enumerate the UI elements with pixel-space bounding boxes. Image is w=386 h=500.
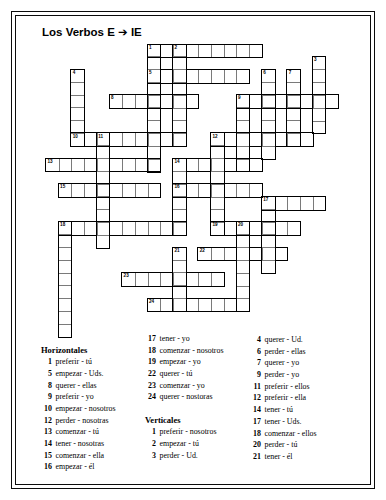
clue-number: 9: [250, 369, 261, 381]
cell-r17-c15[interactable]: [237, 260, 250, 273]
cell-r0-c16[interactable]: [249, 45, 262, 58]
cell-r8-c13[interactable]: [211, 145, 224, 158]
clue-5: 5empezar - Uds.: [41, 368, 116, 380]
cell-r6-c21[interactable]: [313, 121, 326, 134]
cell-r9-c4[interactable]: [97, 158, 110, 171]
cell-r16-c15[interactable]: [237, 247, 250, 260]
cell-number-6: 6: [263, 71, 266, 76]
cell-r13-c10[interactable]: [173, 209, 186, 222]
clue-text: comenzar - ella: [56, 450, 105, 462]
cell-number-24: 24: [149, 300, 154, 305]
clue-14: 14tener - nosotras: [41, 438, 116, 450]
cell-r3-c8[interactable]: [148, 82, 161, 95]
clue-number: 18: [250, 428, 261, 440]
clue-text: empezar - él: [56, 461, 95, 473]
cell-r18-c12[interactable]: [198, 273, 211, 286]
cell-number-14: 14: [174, 160, 179, 165]
cell-r16-c1[interactable]: [59, 247, 72, 260]
cell-r4-c2[interactable]: [71, 95, 84, 108]
clue-22: 22querer - tú: [145, 368, 223, 380]
cell-r4-c21[interactable]: [313, 95, 326, 108]
cell-r14-c17[interactable]: [262, 222, 275, 235]
cell-r8-c17[interactable]: [262, 146, 275, 159]
worksheet-page: Los Verbos E ➔ IE 1234567891011121314151…: [0, 0, 386, 500]
cell-r19-c10[interactable]: [173, 285, 186, 298]
cell-r17-c17[interactable]: [262, 260, 275, 273]
cell-r7-c19[interactable]: [287, 133, 300, 146]
clue-13: 13comenzar - tú: [41, 426, 116, 438]
clue-text: comenzar - nosotros: [160, 345, 224, 357]
clue-number: 16: [41, 461, 52, 473]
word-1-across: [147, 44, 263, 59]
cell-r11-c14[interactable]: [224, 184, 237, 197]
cell-r20-c13[interactable]: [211, 299, 224, 312]
cell-r9-c6[interactable]: [122, 159, 135, 172]
cell-number-22: 22: [200, 249, 205, 254]
cell-r3-c2[interactable]: [71, 82, 84, 95]
clue-text: querer - nostoras: [160, 391, 213, 403]
crossword-grid: 123456789101112131415161718192021222324: [0, 0, 386, 386]
cell-r19-c15[interactable]: [237, 286, 250, 299]
cell-number-9: 9: [238, 96, 241, 101]
cell-r18-c7[interactable]: [135, 273, 148, 286]
cell-number-16: 16: [174, 185, 179, 190]
cell-r9-c5[interactable]: [109, 159, 122, 172]
clue-20: 20perder - tú: [250, 439, 317, 451]
cell-r3-c10[interactable]: [173, 82, 186, 95]
cell-r7-c17[interactable]: [262, 133, 275, 146]
cell-r15-c17[interactable]: [262, 234, 275, 247]
cell-r10-c10[interactable]: [173, 171, 186, 184]
cell-number-5: 5: [149, 71, 152, 76]
clue-9: 9perder - yo: [250, 369, 317, 381]
cell-r8-c8[interactable]: [148, 146, 161, 159]
word-18-across: [58, 221, 187, 236]
cell-r13-c4[interactable]: [97, 209, 110, 222]
clue-text: tener - yo: [160, 333, 190, 345]
cell-r0-c13[interactable]: [211, 45, 224, 58]
word-21-down: [172, 247, 187, 313]
word-11-down: [96, 132, 111, 248]
clue-number: 4: [250, 334, 261, 346]
clue-number: 5: [41, 368, 52, 380]
clue-number: 18: [145, 345, 156, 357]
cell-r5-c15[interactable]: [237, 107, 250, 120]
cell-r12-c21[interactable]: [313, 197, 326, 210]
clue-number: 17: [145, 333, 156, 345]
cell-r18-c15[interactable]: [237, 273, 250, 286]
clue-number: 15: [41, 450, 52, 462]
cell-r13-c13[interactable]: [211, 209, 224, 222]
cell-r9-c16[interactable]: [249, 159, 262, 172]
cell-number-10: 10: [73, 135, 78, 140]
clue-11: 11preferir - ellos: [250, 381, 317, 393]
clue-4: 4querer - Ud.: [250, 334, 317, 346]
cell-r16-c13[interactable]: [211, 248, 224, 261]
clue-3: 3perder - Ud.: [145, 450, 223, 462]
clue-16: 16empezar - él: [41, 461, 116, 473]
cell-r11-c15[interactable]: [236, 184, 249, 197]
clue-number: 6: [250, 346, 261, 358]
cell-r17-c1[interactable]: [59, 260, 72, 273]
cell-r7-c20[interactable]: [300, 133, 313, 146]
clue-number: 21: [250, 451, 261, 463]
cell-r4-c11[interactable]: [186, 95, 199, 108]
word-10-across: [70, 132, 186, 147]
cell-number-7: 7: [289, 71, 292, 76]
cell-r6-c8[interactable]: [148, 120, 161, 133]
cell-r5-c10[interactable]: [173, 108, 186, 121]
clue-text: perder - Ud.: [160, 450, 198, 462]
cell-r2-c11[interactable]: [186, 70, 199, 83]
cell-r20-c1[interactable]: [59, 298, 72, 311]
word-2-down: [172, 44, 187, 148]
cell-number-3: 3: [314, 58, 317, 63]
cell-r11-c8[interactable]: [148, 184, 161, 197]
cell-r22-c1[interactable]: [59, 324, 72, 337]
clue-number: 10: [41, 403, 52, 415]
cell-r4-c17[interactable]: [262, 95, 275, 108]
clue-number: 11: [250, 381, 261, 393]
cell-r7-c8[interactable]: [148, 133, 161, 146]
clue-text: perder - tú: [265, 439, 298, 451]
cell-r4-c8[interactable]: [148, 95, 161, 108]
clue-number: 14: [250, 404, 261, 416]
word-14-down: [172, 158, 187, 236]
cell-r10-c4[interactable]: [97, 171, 110, 184]
cell-r2-c21[interactable]: [313, 69, 326, 82]
cell-r11-c6[interactable]: [122, 184, 135, 197]
clue-number: 12: [250, 392, 261, 404]
cell-r4-c22[interactable]: [325, 95, 338, 108]
cell-r14-c10[interactable]: [173, 222, 186, 235]
word-6-down: [261, 69, 276, 160]
cell-r12-c13[interactable]: [211, 197, 224, 210]
cell-r15-c4[interactable]: [97, 235, 110, 248]
word-7-down: [286, 69, 301, 147]
clue-text: tener - tú: [265, 404, 293, 416]
word-18-down: [58, 221, 73, 337]
cell-r12-c4[interactable]: [97, 196, 110, 209]
clue-17: 17tener - Uds.: [250, 416, 317, 428]
cell-r7-c10[interactable]: [173, 133, 186, 146]
clue-number: 9: [41, 391, 52, 403]
cell-r13-c17[interactable]: [262, 209, 275, 222]
clue-number: 12: [41, 415, 52, 427]
cell-r6-c17[interactable]: [262, 120, 275, 133]
cell-number-18: 18: [60, 223, 65, 228]
cell-r20-c10[interactable]: [173, 298, 186, 311]
clue-21: 21tener - él: [250, 451, 317, 463]
clue-9: 9preferir - yo: [41, 391, 116, 403]
cell-r15-c1[interactable]: [59, 234, 72, 247]
cell-r12-c18[interactable]: [275, 197, 288, 210]
clue-2: 2empezar - tú: [145, 438, 223, 450]
cell-number-15: 15: [60, 185, 65, 190]
word-12-down: [210, 132, 225, 236]
clue-text: preferir - yo: [56, 391, 94, 403]
clue-number: 17: [250, 416, 261, 428]
clue-column-2: 17tener - yo18comenzar - nosotros19empez…: [145, 333, 223, 462]
clue-6: 6perder - ellas: [250, 346, 317, 358]
cell-r6-c10[interactable]: [173, 120, 186, 133]
cell-r21-c1[interactable]: [59, 311, 72, 324]
cell-r15-c15[interactable]: [237, 234, 250, 247]
clue-text: perder - yo: [265, 369, 300, 381]
word-20-down: [236, 221, 251, 312]
clue-1: 1preferir - nosotros: [145, 426, 223, 438]
cell-r14-c7[interactable]: [135, 222, 148, 235]
clue-number: 13: [41, 426, 52, 438]
cell-r14-c8[interactable]: [148, 222, 161, 235]
clue-number: 14: [41, 438, 52, 450]
word-9-down: [236, 94, 251, 172]
clue-column-1: Horizontales1preferir - tú5empezar - Uds…: [41, 345, 116, 474]
cell-r12-c20[interactable]: [300, 197, 313, 210]
cell-r4-c19[interactable]: [287, 95, 300, 108]
cell-r3-c19[interactable]: [287, 82, 300, 95]
clue-text: tener - él: [265, 451, 293, 463]
cell-number-19: 19: [213, 223, 218, 228]
word-1-down: [147, 44, 162, 173]
cell-r12-c10[interactable]: [173, 196, 186, 209]
clue-17: 17tener - yo: [145, 333, 223, 345]
clue-number: 24: [145, 391, 156, 403]
clue-15: 15comenzar - ella: [41, 450, 116, 462]
cell-number-2: 2: [174, 46, 177, 51]
clue-column-3: 4querer - Ud.6perder - ellas7querer - yo…: [250, 334, 317, 463]
cell-r9-c2[interactable]: [71, 159, 84, 172]
cell-number-12: 12: [213, 135, 218, 140]
cell-number-8: 8: [111, 96, 114, 101]
cell-r8-c15[interactable]: [237, 146, 250, 159]
clue-text: comenzar - ellos: [265, 428, 317, 440]
clue-number: 1: [41, 356, 52, 368]
cell-r19-c1[interactable]: [59, 285, 72, 298]
cell-r18-c11[interactable]: [186, 273, 199, 286]
cell-r3-c21[interactable]: [313, 82, 326, 95]
clue-number: 7: [250, 357, 261, 369]
cell-r4-c10[interactable]: [173, 95, 186, 108]
cell-r2-c15[interactable]: [236, 70, 249, 83]
clue-number: 8: [41, 380, 52, 392]
cell-r6-c2[interactable]: [71, 120, 84, 133]
cell-r7-c5[interactable]: [109, 133, 122, 146]
cell-r14-c18[interactable]: [275, 222, 288, 235]
clue-blank-line: [145, 403, 223, 415]
cell-r11-c7[interactable]: [135, 184, 148, 197]
clue-text: perder - ellas: [265, 346, 306, 358]
cell-r5-c21[interactable]: [313, 108, 326, 121]
clue-text: comenzar - tú: [56, 426, 99, 438]
clue-number: 20: [250, 439, 261, 451]
clue-24: 24querer - nostoras: [145, 391, 223, 403]
clue-number: 3: [145, 450, 156, 462]
cell-r14-c6[interactable]: [122, 222, 135, 235]
cell-r11-c4[interactable]: [97, 184, 110, 197]
cell-r11-c5[interactable]: [109, 184, 122, 197]
cell-number-20: 20: [238, 223, 243, 228]
cell-r14-c4[interactable]: [97, 222, 110, 235]
cell-r18-c13[interactable]: [211, 273, 224, 286]
cell-r1-c10[interactable]: [173, 56, 186, 69]
clue-text: tener - Uds.: [265, 416, 302, 428]
clue-7: 7querer - yo: [250, 357, 317, 369]
clue-heading: Verticales: [145, 415, 223, 427]
clue-text: preferir - tú: [56, 356, 92, 368]
cell-r5-c8[interactable]: [148, 107, 161, 120]
clue-text: querer - yo: [265, 357, 300, 369]
cell-r12-c19[interactable]: [287, 197, 300, 210]
clue-text: preferir - ellos: [265, 381, 310, 393]
cell-r9-c11[interactable]: [186, 159, 199, 172]
cell-r18-c8[interactable]: [148, 273, 161, 286]
clue-number: 23: [145, 380, 156, 392]
clue-text: empezar - tú: [160, 438, 199, 450]
clue-text: preferir - ella: [265, 392, 307, 404]
cell-r16-c18[interactable]: [275, 248, 288, 261]
word-5-across: [147, 69, 251, 84]
clue-text: perder - nosotras: [56, 415, 109, 427]
clue-heading: Horizontales: [41, 345, 116, 357]
cell-r2-c14[interactable]: [224, 70, 237, 83]
cell-number-4: 4: [73, 71, 76, 76]
clue-8: 8querer - ellas: [41, 380, 116, 392]
cell-number-17: 17: [263, 198, 268, 203]
clue-text: comenzar - yo: [160, 380, 205, 392]
cell-r16-c17[interactable]: [262, 247, 275, 260]
clue-number: 19: [145, 356, 156, 368]
word-17-down: [261, 196, 276, 274]
clue-text: empezar - nosotros: [56, 403, 116, 415]
cell-r0-c12[interactable]: [198, 45, 211, 58]
clue-23: 23comenzar - yo: [145, 380, 223, 392]
cell-r18-c10[interactable]: [173, 272, 186, 285]
cell-r5-c2[interactable]: [71, 107, 84, 120]
clue-12: 12preferir - ella: [250, 392, 317, 404]
cell-r14-c19[interactable]: [287, 222, 300, 235]
cell-r2-c13[interactable]: [211, 70, 224, 83]
cell-r5-c17[interactable]: [262, 107, 275, 120]
cell-r6-c15[interactable]: [237, 120, 250, 133]
cell-r14-c5[interactable]: [109, 222, 122, 235]
cell-r4-c6[interactable]: [122, 95, 135, 108]
cell-r20-c11[interactable]: [186, 299, 199, 312]
clue-12: 12perder - nosotras: [41, 415, 116, 427]
cell-r7-c6[interactable]: [122, 133, 135, 146]
cell-r9-c13[interactable]: [211, 158, 224, 171]
clue-number: 1: [145, 426, 156, 438]
clue-text: querer - tú: [160, 368, 193, 380]
cell-r2-c12[interactable]: [198, 70, 211, 83]
clue-text: empezar - Uds.: [56, 368, 104, 380]
cell-r11-c13[interactable]: [211, 184, 224, 197]
clue-text: querer - Ud.: [265, 334, 303, 346]
clue-14: 14tener - tú: [250, 404, 317, 416]
clue-text: querer - ellas: [56, 380, 97, 392]
clue-18: 18comenzar - ellos: [250, 428, 317, 440]
clue-number: 2: [145, 438, 156, 450]
cell-r9-c15[interactable]: [237, 159, 250, 172]
cell-number-1: 1: [149, 46, 152, 51]
cell-r0-c15[interactable]: [236, 45, 249, 58]
cell-r18-c1[interactable]: [59, 273, 72, 286]
clue-text: tener - nosotras: [56, 438, 105, 450]
cell-r0-c14[interactable]: [224, 45, 237, 58]
cell-number-11: 11: [98, 135, 103, 140]
clue-text: empezar - yo: [160, 356, 201, 368]
cell-r11-c11[interactable]: [186, 184, 199, 197]
cell-r9-c1[interactable]: [59, 159, 72, 172]
clue-text: preferir - nosotros: [160, 426, 217, 438]
clue-1: 1preferir - tú: [41, 356, 116, 368]
cell-r14-c2[interactable]: [71, 222, 84, 235]
clue-10: 10empezar - nosotros: [41, 403, 116, 415]
cell-r11-c2[interactable]: [71, 184, 84, 197]
cell-number-23: 23: [124, 274, 129, 279]
cell-r20-c15[interactable]: [237, 298, 250, 311]
cell-number-21: 21: [174, 249, 179, 254]
cell-r7-c15[interactable]: [237, 133, 250, 146]
word-3-down: [312, 56, 327, 134]
cell-r20-c12[interactable]: [198, 299, 211, 312]
clue-19: 19empezar - yo: [145, 356, 223, 368]
cell-r3-c17[interactable]: [262, 82, 275, 95]
cell-r6-c19[interactable]: [287, 120, 300, 133]
cell-r2-c10[interactable]: [173, 69, 186, 82]
clue-number: 22: [145, 368, 156, 380]
cell-r8-c4[interactable]: [97, 145, 110, 158]
cell-r17-c10[interactable]: [173, 260, 186, 273]
cell-r9-c8[interactable]: [148, 159, 161, 172]
cell-r0-c11[interactable]: [186, 45, 199, 58]
cell-r10-c13[interactable]: [211, 171, 224, 184]
cell-r5-c19[interactable]: [287, 107, 300, 120]
cell-r1-c8[interactable]: [148, 56, 161, 69]
clue-18: 18comenzar - nosotros: [145, 345, 223, 357]
cell-number-13: 13: [47, 160, 52, 165]
